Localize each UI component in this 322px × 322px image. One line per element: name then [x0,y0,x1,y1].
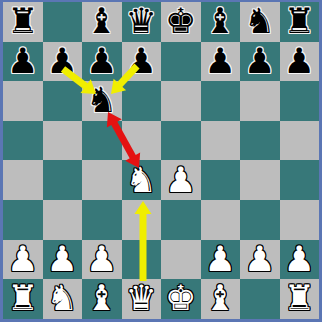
piece-black-rook[interactable]: ♜ [7,2,38,41]
square-c2[interactable]: ♟ [82,240,122,280]
square-b5[interactable] [43,121,83,161]
square-d5[interactable] [122,121,162,161]
piece-black-bishop[interactable]: ♝ [205,2,236,41]
square-a8[interactable]: ♜ [3,2,43,42]
square-g6[interactable] [240,81,280,121]
square-f3[interactable] [201,200,241,240]
square-b2[interactable]: ♟ [43,240,83,280]
piece-white-knight[interactable]: ♞ [47,279,78,318]
square-f7[interactable]: ♟ [201,42,241,82]
square-c7[interactable]: ♟ [82,42,122,82]
square-d1[interactable]: ♛ [122,279,162,319]
square-b3[interactable] [43,200,83,240]
square-h8[interactable]: ♜ [280,2,320,42]
piece-black-knight[interactable]: ♞ [244,2,275,41]
square-g8[interactable]: ♞ [240,2,280,42]
square-h3[interactable] [280,200,320,240]
piece-white-pawn[interactable]: ♟ [47,240,78,279]
piece-white-pawn[interactable]: ♟ [284,240,315,279]
square-h1[interactable]: ♜ [280,279,320,319]
piece-white-pawn[interactable]: ♟ [205,240,236,279]
square-d2[interactable] [122,240,162,280]
piece-black-pawn[interactable]: ♟ [205,42,236,81]
square-a4[interactable] [3,160,43,200]
square-b7[interactable]: ♟ [43,42,83,82]
piece-black-pawn[interactable]: ♟ [7,42,38,81]
square-g4[interactable] [240,160,280,200]
square-h6[interactable] [280,81,320,121]
square-e7[interactable] [161,42,201,82]
square-f4[interactable] [201,160,241,200]
square-h2[interactable]: ♟ [280,240,320,280]
piece-white-king[interactable]: ♚ [165,279,196,318]
square-b6[interactable] [43,81,83,121]
square-c8[interactable]: ♝ [82,2,122,42]
square-a2[interactable]: ♟ [3,240,43,280]
chess-board-frame: ♜♝♛♚♝♞♜♟♟♟♟♟♟♟♞♞♟♟♟♟♟♟♟♜♞♝♛♚♝♜ [0,0,322,322]
square-f2[interactable]: ♟ [201,240,241,280]
square-a6[interactable] [3,81,43,121]
square-d6[interactable] [122,81,162,121]
piece-white-pawn[interactable]: ♟ [165,161,196,200]
square-a5[interactable] [3,121,43,161]
piece-black-pawn[interactable]: ♟ [284,42,315,81]
piece-black-bishop[interactable]: ♝ [86,2,117,41]
square-e1[interactable]: ♚ [161,279,201,319]
square-c1[interactable]: ♝ [82,279,122,319]
piece-white-bishop[interactable]: ♝ [86,279,117,318]
square-f6[interactable] [201,81,241,121]
square-e5[interactable] [161,121,201,161]
square-g3[interactable] [240,200,280,240]
square-e8[interactable]: ♚ [161,2,201,42]
square-a1[interactable]: ♜ [3,279,43,319]
square-g5[interactable] [240,121,280,161]
square-d4[interactable]: ♞ [122,160,162,200]
square-h5[interactable] [280,121,320,161]
piece-white-bishop[interactable]: ♝ [205,279,236,318]
square-a7[interactable]: ♟ [3,42,43,82]
piece-black-knight[interactable]: ♞ [86,81,117,120]
piece-white-pawn[interactable]: ♟ [244,240,275,279]
square-a3[interactable] [3,200,43,240]
square-f1[interactable]: ♝ [201,279,241,319]
square-f8[interactable]: ♝ [201,2,241,42]
square-g1[interactable] [240,279,280,319]
square-e6[interactable] [161,81,201,121]
square-c6[interactable]: ♞ [82,81,122,121]
square-h7[interactable]: ♟ [280,42,320,82]
square-f5[interactable] [201,121,241,161]
square-g2[interactable]: ♟ [240,240,280,280]
piece-black-rook[interactable]: ♜ [284,2,315,41]
piece-white-rook[interactable]: ♜ [7,279,38,318]
square-g7[interactable]: ♟ [240,42,280,82]
piece-black-pawn[interactable]: ♟ [126,42,157,81]
square-b4[interactable] [43,160,83,200]
piece-black-pawn[interactable]: ♟ [86,42,117,81]
piece-white-queen[interactable]: ♛ [126,279,157,318]
square-c3[interactable] [82,200,122,240]
square-e2[interactable] [161,240,201,280]
piece-black-pawn[interactable]: ♟ [244,42,275,81]
square-d7[interactable]: ♟ [122,42,162,82]
piece-white-rook[interactable]: ♜ [284,279,315,318]
piece-black-king[interactable]: ♚ [165,2,196,41]
square-b8[interactable] [43,2,83,42]
square-c4[interactable] [82,160,122,200]
piece-white-knight[interactable]: ♞ [126,161,157,200]
square-d3[interactable] [122,200,162,240]
square-e3[interactable] [161,200,201,240]
square-c5[interactable] [82,121,122,161]
piece-white-pawn[interactable]: ♟ [7,240,38,279]
piece-black-pawn[interactable]: ♟ [47,42,78,81]
square-e4[interactable]: ♟ [161,160,201,200]
square-d8[interactable]: ♛ [122,2,162,42]
square-b1[interactable]: ♞ [43,279,83,319]
chess-board: ♜♝♛♚♝♞♜♟♟♟♟♟♟♟♞♞♟♟♟♟♟♟♟♜♞♝♛♚♝♜ [3,2,319,319]
square-h4[interactable] [280,160,320,200]
piece-white-pawn[interactable]: ♟ [86,240,117,279]
piece-black-queen[interactable]: ♛ [126,2,157,41]
